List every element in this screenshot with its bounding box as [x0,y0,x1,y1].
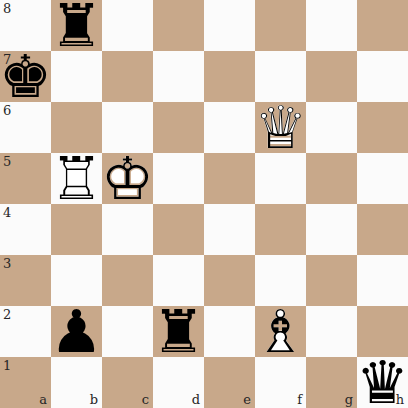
square-a7[interactable]: 7♚ [0,51,51,102]
square-b5[interactable]: ♜♖ [51,153,102,204]
black-rook-glyph: ♜ [153,306,204,357]
square-c7[interactable] [102,51,153,102]
square-g3[interactable] [306,255,357,306]
rank-label-4: 4 [3,206,11,219]
square-a2[interactable]: 2 [0,306,51,357]
black-pawn-glyph: ♟ [51,306,102,357]
square-b8[interactable]: ♜ [51,0,102,51]
square-h7[interactable] [357,51,408,102]
square-f8[interactable] [255,0,306,51]
file-label-c: c [142,393,149,406]
square-g7[interactable] [306,51,357,102]
square-a5[interactable]: 5 [0,153,51,204]
square-d6[interactable] [153,102,204,153]
square-g6[interactable] [306,102,357,153]
square-g5[interactable] [306,153,357,204]
piece-black-pawn[interactable]: ♟ [51,306,102,357]
square-c8[interactable] [102,0,153,51]
rank-label-5: 5 [3,155,11,168]
square-h4[interactable] [357,204,408,255]
square-h3[interactable] [357,255,408,306]
square-f6[interactable]: ♛♕ [255,102,306,153]
square-h6[interactable] [357,102,408,153]
rank-label-2: 2 [3,308,11,321]
rank-label-7: 7 [3,53,11,66]
square-c1[interactable]: c [102,357,153,408]
piece-white-rook[interactable]: ♜♖ [51,153,102,204]
square-g1[interactable]: g [306,357,357,408]
square-b2[interactable]: ♟ [51,306,102,357]
black-rook-glyph: ♜ [51,0,102,51]
rank-label-6: 6 [3,104,11,117]
square-d2[interactable]: ♜ [153,306,204,357]
square-a1[interactable]: 1a [0,357,51,408]
file-label-g: g [345,393,353,406]
white-bishop-outline-glyph: ♗ [255,306,306,357]
square-d4[interactable] [153,204,204,255]
square-e3[interactable] [204,255,255,306]
file-label-e: e [243,393,251,406]
square-f2[interactable]: ♝♗ [255,306,306,357]
square-h5[interactable] [357,153,408,204]
chess-board: 8♜7♚6♛♕5♜♖♚♔432♟♜♝♗1abcdefgh♛ [0,0,408,408]
square-e7[interactable] [204,51,255,102]
square-h1[interactable]: h♛ [357,357,408,408]
square-g2[interactable] [306,306,357,357]
piece-white-bishop[interactable]: ♝♗ [255,306,306,357]
white-rook-outline-glyph: ♖ [51,153,102,204]
square-e2[interactable] [204,306,255,357]
white-king-outline-glyph: ♔ [102,153,153,204]
square-e4[interactable] [204,204,255,255]
square-e5[interactable] [204,153,255,204]
piece-black-rook[interactable]: ♜ [153,306,204,357]
piece-white-queen[interactable]: ♛♕ [255,102,306,153]
file-label-b: b [90,393,98,406]
rank-label-1: 1 [3,359,11,372]
square-d8[interactable] [153,0,204,51]
file-label-d: d [192,393,200,406]
file-label-h: h [396,393,404,406]
square-a3[interactable]: 3 [0,255,51,306]
square-c5[interactable]: ♚♔ [102,153,153,204]
file-label-a: a [39,393,47,406]
square-g4[interactable] [306,204,357,255]
piece-black-rook[interactable]: ♜ [51,0,102,51]
square-e1[interactable]: e [204,357,255,408]
square-d7[interactable] [153,51,204,102]
square-e8[interactable] [204,0,255,51]
square-f4[interactable] [255,204,306,255]
square-e6[interactable] [204,102,255,153]
piece-white-king[interactable]: ♚♔ [102,153,153,204]
square-c3[interactable] [102,255,153,306]
white-queen-outline-glyph: ♕ [255,102,306,153]
rank-label-3: 3 [3,257,11,270]
file-label-f: f [297,393,302,406]
square-g8[interactable] [306,0,357,51]
square-h8[interactable] [357,0,408,51]
rank-label-8: 8 [3,2,11,15]
square-a4[interactable]: 4 [0,204,51,255]
square-d5[interactable] [153,153,204,204]
square-c2[interactable] [102,306,153,357]
